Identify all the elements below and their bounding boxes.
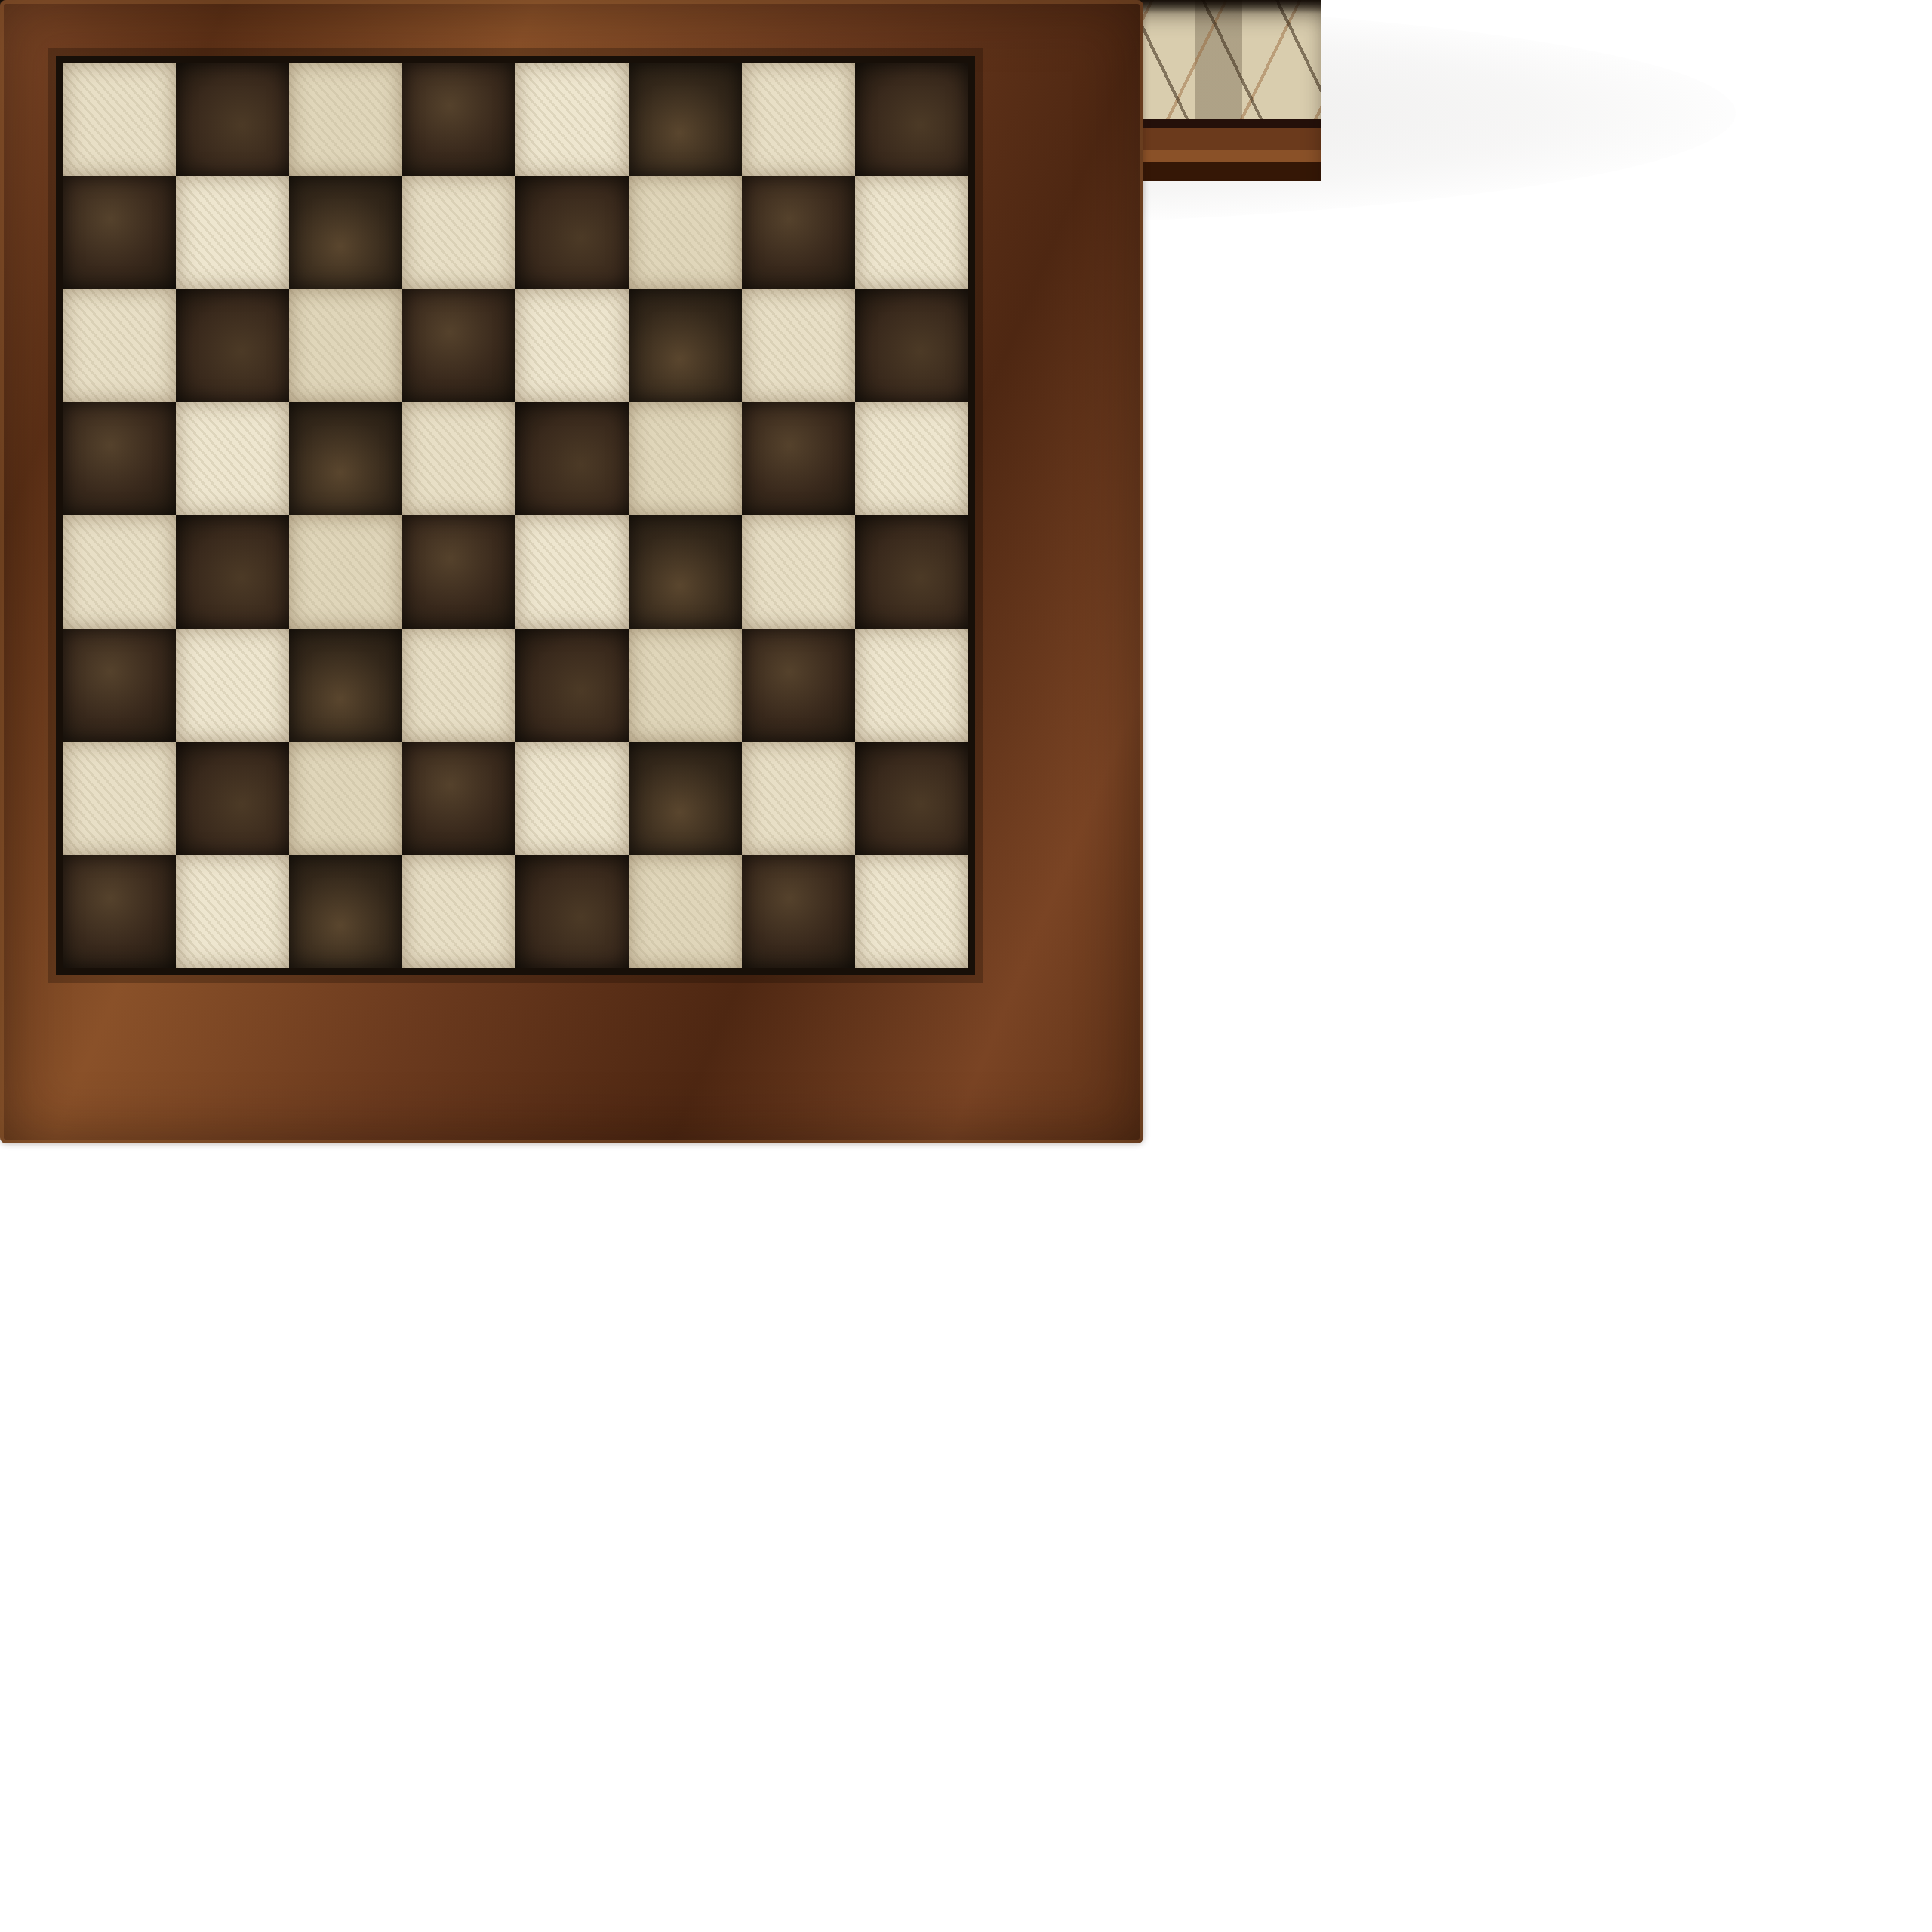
square-b8[interactable] [742,855,855,968]
square-d7[interactable] [515,742,629,855]
square-e1[interactable] [402,63,515,176]
checkerboard [63,63,968,968]
square-f4[interactable] [289,402,402,515]
square-h1[interactable] [63,63,176,176]
square-b1[interactable] [742,63,855,176]
square-b2[interactable] [742,176,855,289]
square-h6[interactable] [63,629,176,742]
square-g8[interactable] [176,855,289,968]
square-b3[interactable] [742,289,855,402]
square-e7[interactable] [402,742,515,855]
square-a1[interactable] [855,63,968,176]
square-c5[interactable] [629,515,742,629]
square-c1[interactable] [629,63,742,176]
square-f1[interactable] [289,63,402,176]
square-g2[interactable] [176,176,289,289]
square-g7[interactable] [176,742,289,855]
square-h7[interactable] [63,742,176,855]
board-frame [0,0,1143,1143]
square-e8[interactable] [402,855,515,968]
square-d2[interactable] [515,176,629,289]
square-e4[interactable] [402,402,515,515]
square-h4[interactable] [63,402,176,515]
square-a8[interactable] [855,855,968,968]
square-a2[interactable] [855,176,968,289]
square-h3[interactable] [63,289,176,402]
square-f5[interactable] [289,515,402,629]
square-h8[interactable] [63,855,176,968]
square-e6[interactable] [402,629,515,742]
scene: ♜♞♝♚♛♝♞♜♟♟♟♟♟♟♟♟♟♟♟♟♟♟♟♟♜♞♝♚♛♝♞♜ [0,0,1932,1932]
square-f6[interactable] [289,629,402,742]
square-h2[interactable] [63,176,176,289]
square-e5[interactable] [402,515,515,629]
square-c6[interactable] [629,629,742,742]
square-b6[interactable] [742,629,855,742]
square-c2[interactable] [629,176,742,289]
square-g5[interactable] [176,515,289,629]
square-b4[interactable] [742,402,855,515]
square-g4[interactable] [176,402,289,515]
square-a7[interactable] [855,742,968,855]
square-d8[interactable] [515,855,629,968]
square-g1[interactable] [176,63,289,176]
square-c3[interactable] [629,289,742,402]
square-e2[interactable] [402,176,515,289]
square-b7[interactable] [742,742,855,855]
square-h5[interactable] [63,515,176,629]
square-f3[interactable] [289,289,402,402]
square-d6[interactable] [515,629,629,742]
square-d1[interactable] [515,63,629,176]
square-e3[interactable] [402,289,515,402]
square-c4[interactable] [629,402,742,515]
square-g3[interactable] [176,289,289,402]
square-g6[interactable] [176,629,289,742]
square-f2[interactable] [289,176,402,289]
square-c8[interactable] [629,855,742,968]
square-a5[interactable] [855,515,968,629]
square-f8[interactable] [289,855,402,968]
square-f7[interactable] [289,742,402,855]
square-d4[interactable] [515,402,629,515]
square-d3[interactable] [515,289,629,402]
square-a3[interactable] [855,289,968,402]
square-c7[interactable] [629,742,742,855]
square-d5[interactable] [515,515,629,629]
square-b5[interactable] [742,515,855,629]
square-a6[interactable] [855,629,968,742]
square-a4[interactable] [855,402,968,515]
